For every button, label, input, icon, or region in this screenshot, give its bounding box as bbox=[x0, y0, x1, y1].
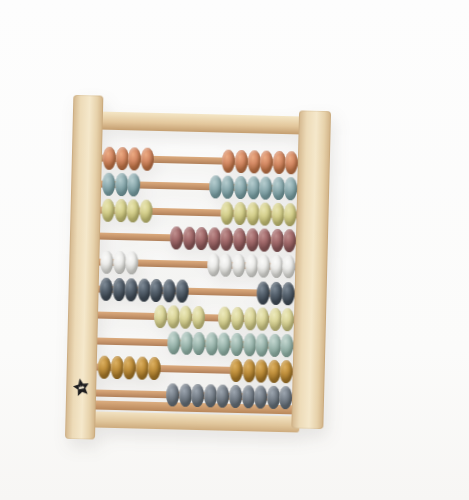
bead-slate-grey-row-10[interactable] bbox=[241, 385, 255, 408]
bead-mustard-row-9[interactable] bbox=[148, 356, 162, 379]
bead-pale-lime-row-3[interactable] bbox=[246, 202, 260, 225]
bead-pale-yellow-row-7[interactable] bbox=[218, 306, 232, 329]
bead-sage-green-row-8[interactable] bbox=[167, 331, 181, 354]
bead-sage-green-row-8[interactable] bbox=[268, 333, 282, 356]
bead-coral-row-1[interactable] bbox=[247, 150, 261, 173]
bead-pale-lime-row-3[interactable] bbox=[233, 201, 247, 224]
bead-mustard-row-9[interactable] bbox=[242, 359, 256, 382]
bead-mustard-row-9[interactable] bbox=[229, 358, 243, 381]
bead-slate-grey-row-10[interactable] bbox=[229, 384, 243, 407]
bead-dark-slate-blue-row-6[interactable] bbox=[137, 278, 151, 301]
bead-white-row-5[interactable] bbox=[232, 253, 246, 276]
bead-rows bbox=[95, 94, 299, 447]
bead-mauve-row-4[interactable] bbox=[258, 228, 272, 251]
bead-sage-green-row-8[interactable] bbox=[280, 334, 294, 357]
bead-white-row-5[interactable] bbox=[270, 254, 284, 277]
bead-white-row-5[interactable] bbox=[282, 255, 296, 278]
bead-pale-lime-row-3[interactable] bbox=[139, 199, 153, 222]
bead-dark-slate-blue-row-6[interactable] bbox=[162, 279, 176, 302]
bead-pale-yellow-row-7[interactable] bbox=[256, 307, 270, 330]
bead-mauve-row-4[interactable] bbox=[220, 227, 234, 250]
bead-mauve-row-4[interactable] bbox=[170, 226, 184, 249]
bead-pale-lime-row-3[interactable] bbox=[284, 203, 298, 226]
bead-dark-slate-blue-row-6[interactable] bbox=[257, 281, 271, 304]
bead-sage-green-row-8[interactable] bbox=[205, 332, 219, 355]
bead-mauve-row-4[interactable] bbox=[182, 226, 196, 249]
bead-coral-row-1[interactable] bbox=[103, 146, 117, 169]
bead-mustard-row-9[interactable] bbox=[255, 359, 269, 382]
bead-pale-lime-row-3[interactable] bbox=[258, 202, 272, 225]
product-photo-background bbox=[0, 0, 469, 500]
bead-pale-yellow-row-7[interactable] bbox=[154, 304, 168, 327]
bead-slate-grey-row-10[interactable] bbox=[279, 386, 293, 409]
bead-coral-row-1[interactable] bbox=[285, 151, 299, 174]
bead-slate-grey-row-10[interactable] bbox=[191, 383, 205, 406]
bead-pale-yellow-row-7[interactable] bbox=[281, 308, 295, 331]
bead-pale-yellow-row-7[interactable] bbox=[166, 305, 180, 328]
bead-sage-green-row-8[interactable] bbox=[230, 332, 244, 355]
bead-coral-row-1[interactable] bbox=[260, 150, 274, 173]
bead-pale-lime-row-3[interactable] bbox=[101, 198, 115, 221]
bead-white-row-5[interactable] bbox=[100, 250, 114, 273]
bead-mauve-row-4[interactable] bbox=[195, 226, 209, 249]
bead-mauve-row-4[interactable] bbox=[245, 228, 259, 251]
bead-dark-slate-blue-row-6[interactable] bbox=[282, 282, 296, 305]
bead-mustard-row-9[interactable] bbox=[135, 356, 149, 379]
bead-white-row-5[interactable] bbox=[219, 253, 233, 276]
bead-dark-slate-blue-row-6[interactable] bbox=[150, 278, 164, 301]
bead-slate-grey-row-10[interactable] bbox=[216, 384, 230, 407]
bead-pale-yellow-row-7[interactable] bbox=[268, 307, 282, 330]
bead-dusty-blue-row-2[interactable] bbox=[284, 177, 298, 200]
bead-dark-slate-blue-row-6[interactable] bbox=[125, 278, 139, 301]
bead-dark-slate-blue-row-6[interactable] bbox=[269, 281, 283, 304]
bead-dusty-blue-row-2[interactable] bbox=[115, 172, 129, 195]
abacus bbox=[65, 93, 331, 447]
bead-dark-slate-blue-row-6[interactable] bbox=[175, 279, 189, 302]
bead-white-row-5[interactable] bbox=[113, 250, 127, 273]
bead-dusty-blue-row-2[interactable] bbox=[272, 176, 286, 199]
bead-coral-row-1[interactable] bbox=[140, 147, 154, 170]
bead-sage-green-row-8[interactable] bbox=[192, 331, 206, 354]
bead-pale-lime-row-3[interactable] bbox=[114, 198, 128, 221]
bead-mauve-row-4[interactable] bbox=[207, 227, 221, 250]
bead-mauve-row-4[interactable] bbox=[233, 227, 247, 250]
bead-mauve-row-4[interactable] bbox=[270, 228, 284, 251]
bead-dusty-blue-row-2[interactable] bbox=[259, 176, 273, 199]
bead-coral-row-1[interactable] bbox=[222, 149, 236, 172]
bead-slate-grey-row-10[interactable] bbox=[178, 383, 192, 406]
bead-mustard-row-9[interactable] bbox=[97, 355, 111, 378]
bead-dusty-blue-row-2[interactable] bbox=[221, 175, 235, 198]
bead-mustard-row-9[interactable] bbox=[110, 355, 124, 378]
bead-dusty-blue-row-2[interactable] bbox=[234, 175, 248, 198]
bead-sage-green-row-8[interactable] bbox=[255, 333, 269, 356]
bead-mustard-row-9[interactable] bbox=[123, 356, 137, 379]
bead-slate-grey-row-10[interactable] bbox=[166, 383, 180, 406]
bead-mauve-row-4[interactable] bbox=[283, 229, 297, 252]
bead-sage-green-row-8[interactable] bbox=[243, 333, 257, 356]
abacus-right-post bbox=[291, 110, 331, 429]
bead-dark-slate-blue-row-6[interactable] bbox=[99, 277, 113, 300]
bead-white-row-5[interactable] bbox=[257, 254, 271, 277]
bead-slate-grey-row-10[interactable] bbox=[254, 385, 268, 408]
bead-pale-lime-row-3[interactable] bbox=[221, 201, 235, 224]
bead-dusty-blue-row-2[interactable] bbox=[127, 173, 141, 196]
bead-pale-yellow-row-7[interactable] bbox=[179, 305, 193, 328]
bead-coral-row-1[interactable] bbox=[128, 147, 142, 170]
bead-dark-slate-blue-row-6[interactable] bbox=[112, 277, 126, 300]
bead-pale-yellow-row-7[interactable] bbox=[231, 306, 245, 329]
brand-star-crown-icon bbox=[73, 378, 89, 397]
bead-slate-grey-row-10[interactable] bbox=[204, 384, 218, 407]
bead-coral-row-1[interactable] bbox=[272, 150, 286, 173]
bead-white-row-5[interactable] bbox=[245, 254, 259, 277]
bead-mustard-row-9[interactable] bbox=[267, 359, 281, 382]
bead-dusty-blue-row-2[interactable] bbox=[247, 176, 261, 199]
bead-dusty-blue-row-2[interactable] bbox=[102, 172, 116, 195]
bead-pale-yellow-row-7[interactable] bbox=[192, 305, 206, 328]
bead-white-row-5[interactable] bbox=[207, 253, 221, 276]
bead-pale-yellow-row-7[interactable] bbox=[243, 307, 257, 330]
bead-coral-row-1[interactable] bbox=[115, 146, 129, 169]
bead-mustard-row-9[interactable] bbox=[280, 360, 294, 383]
bead-pale-lime-row-3[interactable] bbox=[271, 202, 285, 225]
bead-dusty-blue-row-2[interactable] bbox=[209, 175, 223, 198]
bead-coral-row-1[interactable] bbox=[235, 149, 249, 172]
bead-sage-green-row-8[interactable] bbox=[180, 331, 194, 354]
bead-white-row-5[interactable] bbox=[125, 251, 139, 274]
bead-slate-grey-row-10[interactable] bbox=[267, 385, 281, 408]
bead-sage-green-row-8[interactable] bbox=[217, 332, 231, 355]
bead-pale-lime-row-3[interactable] bbox=[126, 199, 140, 222]
